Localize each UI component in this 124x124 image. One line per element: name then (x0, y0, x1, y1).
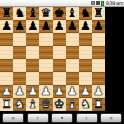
square-e3[interactable] (53, 72, 66, 85)
square-h3[interactable] (92, 72, 105, 85)
piece-white-bishop: ♝ (27, 98, 38, 111)
square-g5[interactable] (79, 46, 92, 59)
square-d3[interactable] (39, 72, 52, 85)
square-d4[interactable] (39, 59, 52, 72)
square-a1[interactable]: ♜ (0, 98, 13, 111)
piece-black-knight: ♞ (14, 7, 25, 20)
chess-app-screen: 9:39 am ♜♞♝♛♚♝♞♜♟♟♟♟♟♟♟♟♟♟♟♟♟♟♟♟♜♞♝♛♚♝♞♜… (0, 0, 124, 124)
piece-black-pawn: ♟ (80, 20, 91, 33)
square-b6[interactable] (13, 33, 26, 46)
chess-board: ♜♞♝♛♚♝♞♜♟♟♟♟♟♟♟♟♟♟♟♟♟♟♟♟♜♞♝♛♚♝♞♜ (0, 7, 105, 111)
square-f8[interactable]: ♝ (66, 7, 79, 20)
square-a5[interactable] (0, 46, 13, 59)
square-g1[interactable]: ♞ (79, 98, 92, 111)
piece-black-knight: ♞ (80, 7, 91, 20)
square-f5[interactable] (66, 46, 79, 59)
square-f1[interactable]: ♝ (66, 98, 79, 111)
piece-black-pawn: ♟ (54, 20, 65, 33)
step-back-icon: ‹ (36, 115, 38, 121)
square-e6[interactable] (53, 33, 66, 46)
square-b4[interactable] (13, 59, 26, 72)
piece-black-pawn: ♟ (67, 20, 78, 33)
piece-black-pawn: ♟ (27, 20, 38, 33)
square-c2[interactable]: ♟ (26, 85, 39, 98)
piece-white-pawn: ♟ (14, 85, 25, 98)
square-h6[interactable] (92, 33, 105, 46)
square-g7[interactable]: ♟ (79, 20, 92, 33)
square-f4[interactable] (66, 59, 79, 72)
menu-button[interactable]: • (51, 113, 73, 123)
square-e1[interactable]: ♚ (53, 98, 66, 111)
piece-white-queen: ♛ (41, 98, 52, 111)
piece-white-rook: ♜ (93, 98, 104, 111)
square-f6[interactable] (66, 33, 79, 46)
piece-black-bishop: ♝ (27, 7, 38, 20)
piece-black-bishop: ♝ (67, 7, 78, 20)
square-e8[interactable]: ♚ (53, 7, 66, 20)
square-h1[interactable]: ♜ (92, 98, 105, 111)
piece-black-rook: ♜ (93, 7, 104, 20)
piece-black-queen: ♛ (41, 7, 52, 20)
square-h7[interactable]: ♟ (92, 20, 105, 33)
square-d5[interactable] (39, 46, 52, 59)
square-c5[interactable] (26, 46, 39, 59)
square-c1[interactable]: ♝ (26, 98, 39, 111)
piece-white-pawn: ♟ (27, 85, 38, 98)
square-b7[interactable]: ♟ (13, 20, 26, 33)
usb-icon (96, 1, 100, 5)
square-a4[interactable] (0, 59, 13, 72)
step-forward-button[interactable]: › (76, 113, 98, 123)
notification-icon (91, 1, 95, 5)
piece-white-rook: ♜ (1, 98, 12, 111)
square-h8[interactable]: ♜ (92, 7, 105, 20)
piece-black-rook: ♜ (1, 7, 12, 20)
status-bar: 9:39 am (0, 0, 124, 7)
square-b1[interactable]: ♞ (13, 98, 26, 111)
square-d6[interactable] (39, 33, 52, 46)
square-f7[interactable]: ♟ (66, 20, 79, 33)
piece-white-knight: ♞ (14, 98, 25, 111)
square-c8[interactable]: ♝ (26, 7, 39, 20)
square-a7[interactable]: ♟ (0, 20, 13, 33)
piece-white-pawn: ♟ (93, 85, 104, 98)
piece-black-pawn: ♟ (14, 20, 25, 33)
square-h4[interactable] (92, 59, 105, 72)
square-c7[interactable]: ♟ (26, 20, 39, 33)
square-e7[interactable]: ♟ (53, 20, 66, 33)
step-back-button[interactable]: ‹ (27, 113, 49, 123)
square-e4[interactable] (53, 59, 66, 72)
piece-black-pawn: ♟ (93, 20, 104, 33)
clock-text: 9:39 am (106, 0, 123, 6)
piece-white-king: ♚ (54, 98, 65, 111)
square-f2[interactable]: ♟ (66, 85, 79, 98)
square-d7[interactable]: ♟ (39, 20, 52, 33)
battery-icon (101, 1, 104, 6)
bottom-toolbar: « ‹ • › » (0, 111, 124, 124)
square-a6[interactable] (0, 33, 13, 46)
square-g8[interactable]: ♞ (79, 7, 92, 20)
square-b8[interactable]: ♞ (13, 7, 26, 20)
piece-white-pawn: ♟ (41, 85, 52, 98)
square-c6[interactable] (26, 33, 39, 46)
square-f3[interactable] (66, 72, 79, 85)
piece-black-pawn: ♟ (41, 20, 52, 33)
square-b5[interactable] (13, 46, 26, 59)
step-forward-icon: › (85, 115, 87, 121)
piece-black-king: ♚ (54, 7, 65, 20)
piece-white-bishop: ♝ (67, 98, 78, 111)
square-g4[interactable] (79, 59, 92, 72)
square-e2[interactable]: ♟ (53, 85, 66, 98)
square-h2[interactable]: ♟ (92, 85, 105, 98)
rewind-to-start-icon: « (11, 115, 15, 121)
rewind-to-start-button[interactable]: « (2, 113, 24, 123)
square-a3[interactable] (0, 72, 13, 85)
piece-white-pawn: ♟ (80, 85, 91, 98)
forward-to-end-icon: » (109, 115, 113, 121)
piece-white-pawn: ♟ (1, 85, 12, 98)
square-e5[interactable] (53, 46, 66, 59)
square-g2[interactable]: ♟ (79, 85, 92, 98)
square-g3[interactable] (79, 72, 92, 85)
square-c3[interactable] (26, 72, 39, 85)
square-d2[interactable]: ♟ (39, 85, 52, 98)
square-b3[interactable] (13, 72, 26, 85)
square-a8[interactable]: ♜ (0, 7, 13, 20)
piece-white-pawn: ♟ (67, 85, 78, 98)
square-g6[interactable] (79, 33, 92, 46)
square-a2[interactable]: ♟ (0, 85, 13, 98)
menu-icon: • (60, 115, 64, 121)
square-b2[interactable]: ♟ (13, 85, 26, 98)
square-d1[interactable]: ♛ (39, 98, 52, 111)
square-c4[interactable] (26, 59, 39, 72)
square-d8[interactable]: ♛ (39, 7, 52, 20)
piece-black-pawn: ♟ (1, 20, 12, 33)
square-h5[interactable] (92, 46, 105, 59)
piece-white-knight: ♞ (80, 98, 91, 111)
forward-to-end-button[interactable]: » (100, 113, 122, 123)
piece-white-pawn: ♟ (54, 85, 65, 98)
